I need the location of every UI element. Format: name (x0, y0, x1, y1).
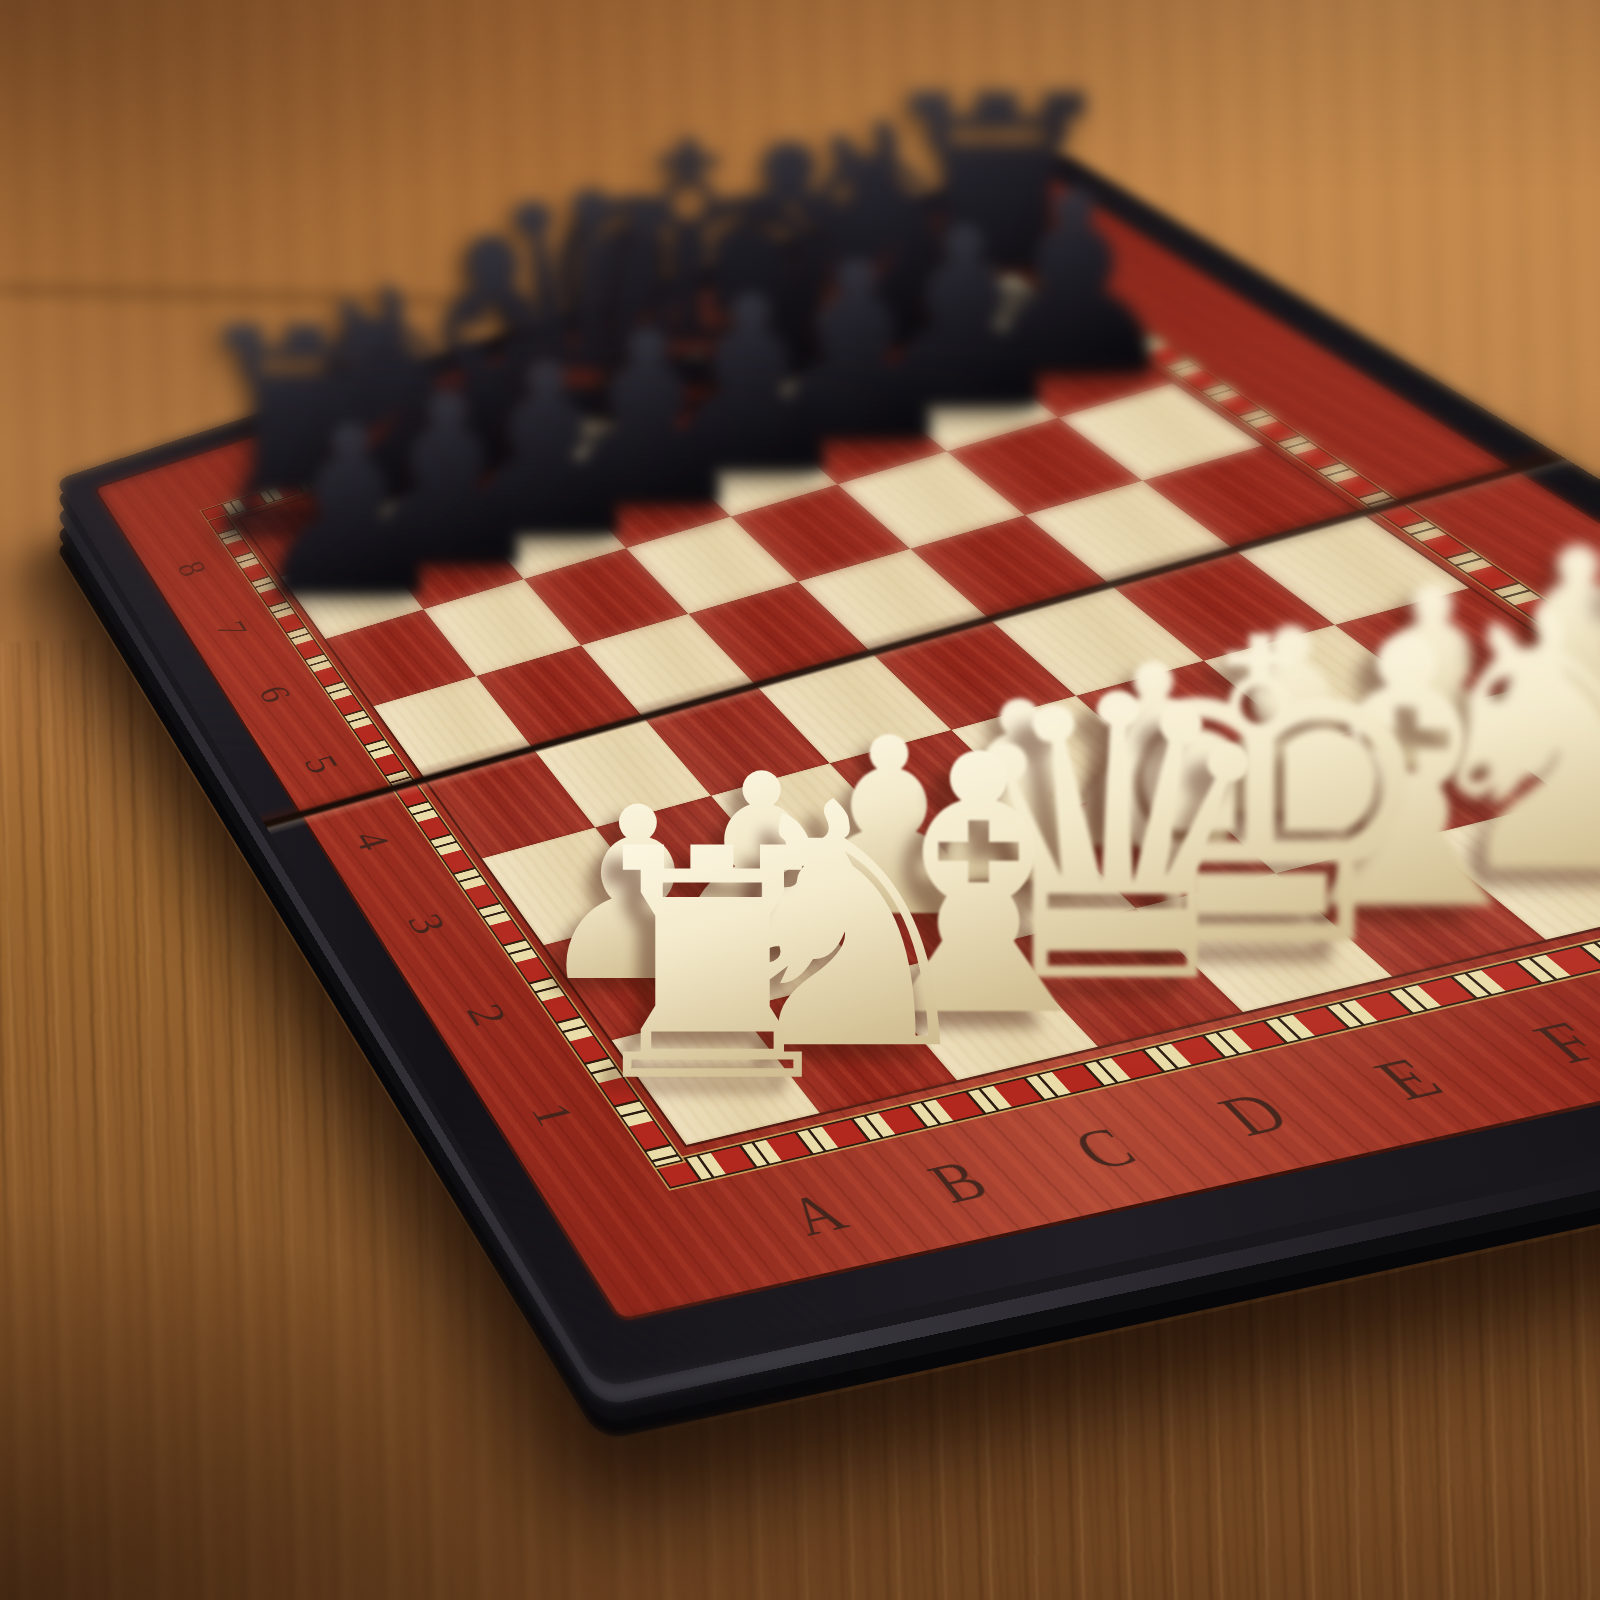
chess-piece-glyph: ♟ (245, 396, 457, 632)
chess-piece-glyph: ♜ (570, 808, 855, 1126)
photo-frame: ABCDEFGH12345678 ♜♞♟♝♟♚♟♛♟♝♟♞♟♜♟♟♟♟♟♜♟♞♟… (0, 0, 1600, 1600)
piece-white-rook-a1[interactable]: ♜ (712, 1081, 997, 1399)
